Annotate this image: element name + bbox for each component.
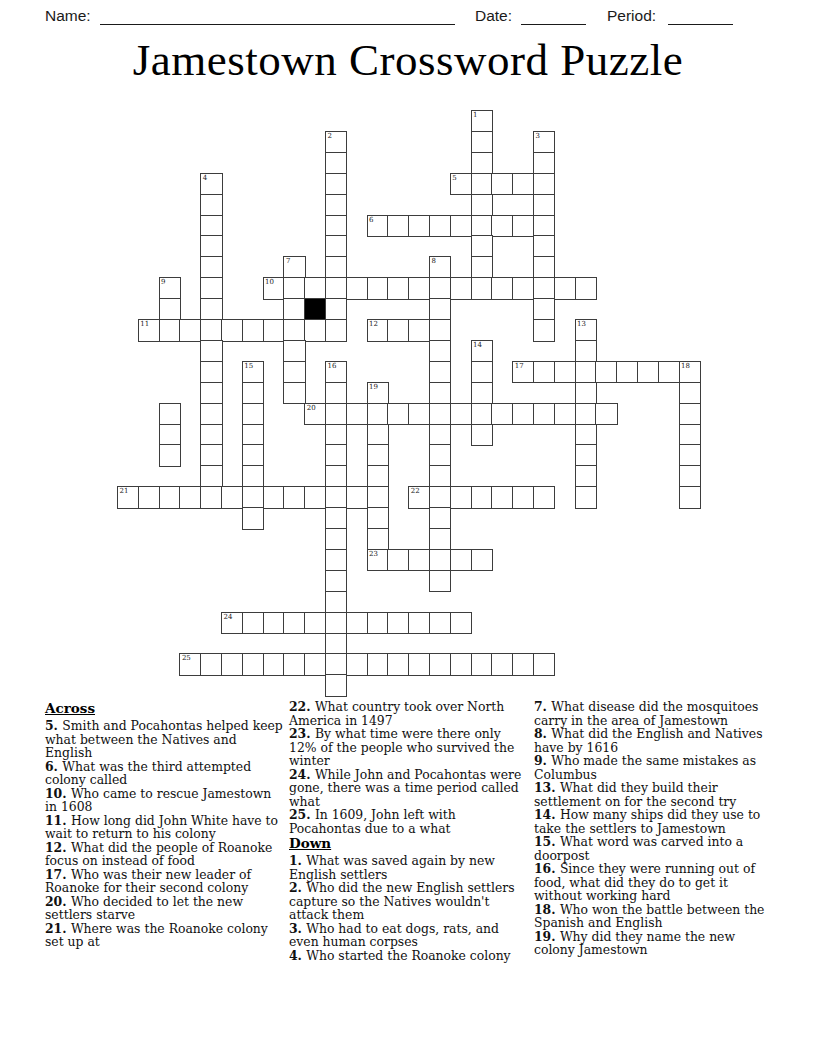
grid-cell[interactable] <box>325 382 347 405</box>
grid-cell[interactable] <box>429 361 451 384</box>
grid-cell[interactable] <box>221 319 243 342</box>
grid-cell[interactable] <box>471 361 493 384</box>
grid-cell[interactable] <box>200 215 222 238</box>
grid-cell[interactable] <box>429 570 451 593</box>
grid-cell[interactable] <box>159 298 181 321</box>
grid-cell[interactable]: 24 <box>221 612 243 635</box>
grid-cell[interactable] <box>679 382 701 405</box>
grid-cell[interactable]: 22 <box>408 486 430 509</box>
grid-cell[interactable] <box>429 340 451 363</box>
grid-cell[interactable] <box>471 382 493 405</box>
grid-cell[interactable] <box>325 235 347 258</box>
grid-cell[interactable] <box>533 235 555 258</box>
grid-cell[interactable] <box>408 403 430 426</box>
grid-cell[interactable]: 11 <box>138 319 160 342</box>
grid-cell[interactable] <box>263 486 285 509</box>
clue: 4. Who started the Roanoke colony <box>289 949 525 963</box>
grid-cell[interactable] <box>575 465 597 488</box>
grid-cell[interactable] <box>471 277 493 300</box>
grid-cell[interactable] <box>533 319 555 342</box>
grid-cell[interactable] <box>283 340 305 363</box>
clue-number: 14 <box>473 341 482 349</box>
grid-cell[interactable]: 17 <box>512 361 534 384</box>
grid-cell[interactable] <box>367 612 389 635</box>
grid-cell[interactable] <box>304 612 326 635</box>
grid-cell[interactable] <box>200 382 222 405</box>
grid-cell[interactable] <box>408 549 430 572</box>
grid-cell[interactable] <box>450 486 472 509</box>
clue: 15. What word was carved into a doorpost <box>534 835 768 862</box>
grid-cell[interactable] <box>346 612 368 635</box>
grid-cell[interactable] <box>387 277 409 300</box>
grid-cell[interactable] <box>554 277 576 300</box>
clue: 21. Where was the Roanoke colony set up … <box>45 922 283 949</box>
grid-cell[interactable] <box>679 465 701 488</box>
grid-cell[interactable] <box>429 444 451 467</box>
grid-cell[interactable] <box>325 173 347 196</box>
grid-cell[interactable] <box>242 424 264 447</box>
grid-cell[interactable] <box>200 277 222 300</box>
grid-cell[interactable] <box>575 424 597 447</box>
clue: 3. Who had to eat dogs, rats, and even h… <box>289 922 525 949</box>
grid-cell[interactable] <box>471 173 493 196</box>
grid-cell[interactable] <box>200 424 222 447</box>
crossword-grid: 1234567891011121314151617181920212223242… <box>117 110 700 696</box>
grid-cell[interactable] <box>408 612 430 635</box>
grid-cell[interactable] <box>325 444 347 467</box>
grid-cell[interactable] <box>346 486 368 509</box>
grid-cell[interactable] <box>387 215 409 238</box>
grid-cell[interactable] <box>159 319 181 342</box>
grid-cell[interactable] <box>512 215 534 238</box>
grid-cell[interactable] <box>346 653 368 676</box>
clue: 10. Who came to rescue Jamestown in 1608 <box>45 787 283 814</box>
grid-cell[interactable] <box>554 361 576 384</box>
grid-cell[interactable] <box>159 424 181 447</box>
grid-cell[interactable] <box>575 361 597 384</box>
grid-cell[interactable] <box>533 298 555 321</box>
grid-cell[interactable] <box>179 486 201 509</box>
grid-cell[interactable] <box>512 173 534 196</box>
clue-section-header: Across <box>45 700 283 716</box>
grid-cell[interactable] <box>679 403 701 426</box>
grid-cell[interactable] <box>242 612 264 635</box>
grid-cell[interactable] <box>367 403 389 426</box>
grid-cell[interactable] <box>325 507 347 530</box>
grid-cell[interactable] <box>221 486 243 509</box>
grid-cell[interactable] <box>575 403 597 426</box>
grid-cell[interactable] <box>325 674 347 697</box>
clue: 18. Who won the battle between the Spani… <box>534 903 768 930</box>
grid-cell[interactable] <box>325 194 347 217</box>
grid-cell[interactable] <box>304 486 326 509</box>
grid-cell[interactable] <box>283 382 305 405</box>
grid-cell[interactable] <box>367 486 389 509</box>
clue: 9. Who made the same mistakes as Columbu… <box>534 754 768 781</box>
grid-cell[interactable] <box>283 319 305 342</box>
clue-number: 22 <box>411 487 420 495</box>
grid-cell[interactable] <box>325 570 347 593</box>
grid-cell[interactable] <box>263 319 285 342</box>
grid-cell[interactable] <box>429 507 451 530</box>
grid-cell[interactable] <box>471 486 493 509</box>
grid-cell[interactable] <box>533 152 555 175</box>
grid-cell[interactable] <box>450 549 472 572</box>
grid-cell[interactable] <box>242 465 264 488</box>
grid-cell[interactable] <box>325 277 347 300</box>
grid-cell[interactable]: 21 <box>117 486 139 509</box>
grid-cell[interactable] <box>429 486 451 509</box>
clue: 16. Since they were running out of food,… <box>534 862 768 903</box>
grid-cell[interactable] <box>325 549 347 572</box>
grid-cell[interactable] <box>616 361 638 384</box>
clue-number: 12 <box>369 320 378 328</box>
grid-cell[interactable] <box>221 653 243 676</box>
clue: 6. What was the third attempted colony c… <box>45 760 283 787</box>
clue: 13. What did they build their settlement… <box>534 781 768 808</box>
grid-cell[interactable]: 5 <box>450 173 472 196</box>
clue-number: 15 <box>244 362 253 370</box>
grid-cell[interactable] <box>533 361 555 384</box>
grid-cell[interactable] <box>429 653 451 676</box>
grid-cell[interactable] <box>429 549 451 572</box>
grid-cell[interactable] <box>471 215 493 238</box>
period-blank-line[interactable] <box>668 7 733 25</box>
grid-cell[interactable] <box>159 444 181 467</box>
page-title: Jamestown Crossword Puzzle <box>0 34 816 86</box>
grid-cell[interactable] <box>471 131 493 154</box>
grid-cell[interactable] <box>637 361 659 384</box>
clue-number: 23 <box>369 550 378 558</box>
grid-cell[interactable] <box>575 382 597 405</box>
grid-cell[interactable]: 13 <box>575 319 597 342</box>
period-label: Period: <box>607 7 656 25</box>
grid-cell[interactable] <box>408 277 430 300</box>
grid-cell[interactable] <box>450 277 472 300</box>
clue-number: 20 <box>307 404 316 412</box>
grid-cell[interactable] <box>512 486 534 509</box>
grid-cell[interactable] <box>512 403 534 426</box>
grid-cell[interactable]: 20 <box>304 403 326 426</box>
grid-cell[interactable] <box>450 612 472 635</box>
grid-cell[interactable]: 4 <box>200 173 222 196</box>
clue-number: 11 <box>140 320 149 328</box>
grid-cell[interactable] <box>200 256 222 279</box>
grid-cell[interactable] <box>283 298 305 321</box>
grid-cell[interactable] <box>533 653 555 676</box>
grid-cell[interactable] <box>595 403 617 426</box>
grid-cell[interactable] <box>179 319 201 342</box>
grid-cell[interactable] <box>471 256 493 279</box>
grid-cell[interactable] <box>387 612 409 635</box>
clue: 22. What country took over North America… <box>289 700 525 727</box>
clue: 14. How many ships did they use to take … <box>534 808 768 835</box>
grid-cell[interactable] <box>387 653 409 676</box>
grid-cell[interactable]: 10 <box>263 277 285 300</box>
grid-cell[interactable] <box>159 486 181 509</box>
grid-cell[interactable] <box>533 173 555 196</box>
clue-number: 21 <box>120 487 129 495</box>
grid-cell[interactable] <box>304 277 326 300</box>
grid-cell[interactable] <box>471 403 493 426</box>
grid-cell[interactable] <box>679 424 701 447</box>
grid-cell[interactable] <box>346 277 368 300</box>
grid-cell[interactable] <box>325 591 347 614</box>
grid-cell[interactable]: 8 <box>429 256 451 279</box>
grid-cell[interactable] <box>429 528 451 551</box>
grid-cell[interactable] <box>283 361 305 384</box>
grid-cell[interactable] <box>200 235 222 258</box>
grid-cell[interactable]: 7 <box>283 256 305 279</box>
grid-cell[interactable] <box>283 486 305 509</box>
grid-cell[interactable] <box>325 633 347 656</box>
clue-number: 18 <box>681 362 690 370</box>
grid-cell[interactable] <box>491 215 513 238</box>
grid-cell[interactable] <box>325 298 347 321</box>
grid-cell[interactable]: 9 <box>159 277 181 300</box>
grid-cell[interactable] <box>263 612 285 635</box>
clue-number: 17 <box>515 362 524 370</box>
grid-cell[interactable] <box>387 549 409 572</box>
grid-cell[interactable] <box>450 215 472 238</box>
grid-cell[interactable] <box>575 340 597 363</box>
clue-column: 22. What country took over North America… <box>289 700 525 962</box>
clue: 17. Who was their new leader of Roanoke … <box>45 868 283 895</box>
grid-cell[interactable]: 15 <box>242 361 264 384</box>
grid-cell[interactable]: 2 <box>325 131 347 154</box>
grid-cell[interactable] <box>242 653 264 676</box>
grid-cell[interactable]: 12 <box>367 319 389 342</box>
date-label: Date: <box>475 7 512 25</box>
clue: 25. In 1609, John left with Pocahontas d… <box>289 808 525 835</box>
grid-cell[interactable] <box>533 403 555 426</box>
clue: 2. Who did the new English settlers capt… <box>289 881 525 922</box>
grid-cell[interactable] <box>200 361 222 384</box>
grid-cell[interactable] <box>242 444 264 467</box>
grid-cell[interactable] <box>263 653 285 676</box>
grid-cell[interactable] <box>429 612 451 635</box>
grid-cell[interactable] <box>200 465 222 488</box>
clue: 8. What did the English and Natives have… <box>534 727 768 754</box>
grid-cell[interactable] <box>533 486 555 509</box>
clue-column: 7. What disease did the mosquitoes carry… <box>534 700 768 957</box>
grid-cell[interactable] <box>595 361 617 384</box>
clue-number: 16 <box>328 362 337 370</box>
grid-cell[interactable] <box>471 424 493 447</box>
grid-cell[interactable]: 19 <box>367 382 389 405</box>
grid-cell[interactable] <box>429 403 451 426</box>
clue: 20. Who decided to let the new settlers … <box>45 895 283 922</box>
name-blank-line[interactable] <box>100 7 455 25</box>
grid-cell[interactable] <box>304 653 326 676</box>
grid-cell[interactable] <box>367 277 389 300</box>
grid-cell[interactable] <box>575 277 597 300</box>
grid-cell[interactable] <box>367 507 389 530</box>
grid-cell[interactable]: 14 <box>471 340 493 363</box>
name-label: Name: <box>45 7 91 25</box>
clue-number: 1 <box>473 111 477 119</box>
grid-cell[interactable] <box>304 319 326 342</box>
grid-cell[interactable]: 6 <box>367 215 389 238</box>
grid-cell[interactable] <box>471 194 493 217</box>
clue-number: 9 <box>161 278 165 286</box>
grid-cell[interactable] <box>325 528 347 551</box>
grid-cell[interactable] <box>429 277 451 300</box>
grid-cell[interactable] <box>325 486 347 509</box>
grid-cell[interactable] <box>450 653 472 676</box>
grid-cell[interactable] <box>325 256 347 279</box>
grid-cell[interactable] <box>367 653 389 676</box>
grid-cell[interactable] <box>679 444 701 467</box>
clue-number: 25 <box>182 654 191 662</box>
clue-number: 24 <box>224 613 233 621</box>
grid-cell[interactable] <box>408 653 430 676</box>
clue-number: 19 <box>369 383 378 391</box>
grid-cell[interactable] <box>471 235 493 258</box>
grid-cell[interactable] <box>200 340 222 363</box>
grid-cell[interactable] <box>533 277 555 300</box>
grid-cell[interactable] <box>575 444 597 467</box>
grid-cell[interactable] <box>200 653 222 676</box>
grid-cell[interactable] <box>658 361 680 384</box>
clue-number: 2 <box>328 132 332 140</box>
grid-cell[interactable] <box>491 277 513 300</box>
black-cell <box>304 298 326 321</box>
grid-cell[interactable] <box>512 653 534 676</box>
clue-number: 8 <box>432 257 436 265</box>
grid-cell[interactable] <box>491 173 513 196</box>
grid-cell[interactable] <box>387 403 409 426</box>
grid-cell[interactable] <box>325 612 347 635</box>
grid-cell[interactable] <box>325 319 347 342</box>
grid-cell[interactable] <box>429 382 451 405</box>
grid-cell[interactable] <box>408 215 430 238</box>
grid-cell[interactable] <box>367 444 389 467</box>
grid-cell[interactable] <box>159 403 181 426</box>
grid-cell[interactable] <box>325 215 347 238</box>
clue-number: 10 <box>265 278 274 286</box>
grid-cell[interactable] <box>200 319 222 342</box>
clue: 7. What disease did the mosquitoes carry… <box>534 700 768 727</box>
grid-cell[interactable] <box>325 403 347 426</box>
grid-cell[interactable] <box>200 194 222 217</box>
grid-cell[interactable] <box>679 486 701 509</box>
grid-cell[interactable] <box>325 424 347 447</box>
grid-cell[interactable] <box>325 465 347 488</box>
grid-cell[interactable] <box>242 486 264 509</box>
clue: 24. While John and Pocahontas were gone,… <box>289 768 525 809</box>
clue-number: 3 <box>536 132 540 140</box>
grid-cell[interactable] <box>200 486 222 509</box>
grid-cell[interactable] <box>200 444 222 467</box>
clue-number: 7 <box>286 257 290 265</box>
grid-cell[interactable] <box>429 465 451 488</box>
grid-cell[interactable] <box>242 507 264 530</box>
grid-cell[interactable] <box>491 653 513 676</box>
clue: 12. What did the people of Roanoke focus… <box>45 841 283 868</box>
grid-cell[interactable] <box>512 277 534 300</box>
grid-cell[interactable] <box>367 528 389 551</box>
clue: 11. How long did John White have to wait… <box>45 814 283 841</box>
grid-cell[interactable] <box>533 194 555 217</box>
clue-number: 6 <box>369 216 373 224</box>
grid-cell[interactable] <box>429 319 451 342</box>
clue-section-header: Down <box>289 835 525 851</box>
grid-cell[interactable]: 16 <box>325 361 347 384</box>
clue: 1. What was saved again by new English s… <box>289 854 525 881</box>
grid-cell[interactable]: 25 <box>179 653 201 676</box>
grid-cell[interactable] <box>533 215 555 238</box>
grid-cell[interactable] <box>554 403 576 426</box>
grid-cell[interactable] <box>429 215 451 238</box>
grid-cell[interactable] <box>491 403 513 426</box>
grid-cell[interactable] <box>408 319 430 342</box>
grid-cell[interactable] <box>242 403 264 426</box>
grid-cell[interactable]: 23 <box>367 549 389 572</box>
grid-cell[interactable] <box>346 403 368 426</box>
grid-cell[interactable] <box>471 549 493 572</box>
grid-cell[interactable]: 1 <box>471 110 493 133</box>
grid-cell[interactable] <box>242 319 264 342</box>
grid-cell[interactable] <box>367 465 389 488</box>
grid-cell[interactable] <box>283 612 305 635</box>
grid-cell[interactable] <box>367 424 389 447</box>
grid-cell[interactable] <box>450 403 472 426</box>
grid-cell[interactable]: 18 <box>679 361 701 384</box>
grid-cell[interactable]: 3 <box>533 131 555 154</box>
grid-cell[interactable] <box>471 653 493 676</box>
clue-number: 5 <box>452 174 456 182</box>
clue: 23. By what time were there only 12% of … <box>289 727 525 768</box>
grid-cell[interactable] <box>325 653 347 676</box>
clue-number: 4 <box>203 174 207 182</box>
clue-column: Across5. Smith and Pocahontas helped kee… <box>45 700 283 949</box>
grid-cell[interactable] <box>533 256 555 279</box>
grid-cell[interactable] <box>429 298 451 321</box>
grid-cell[interactable] <box>200 298 222 321</box>
grid-cell[interactable] <box>138 486 160 509</box>
clue: 19. Why did they name the new colony Jam… <box>534 930 768 957</box>
date-blank-line[interactable] <box>521 7 586 25</box>
grid-cell[interactable] <box>283 653 305 676</box>
grid-cell[interactable] <box>200 403 222 426</box>
grid-cell[interactable] <box>429 424 451 447</box>
grid-cell[interactable] <box>242 382 264 405</box>
grid-cell[interactable] <box>471 152 493 175</box>
grid-cell[interactable] <box>325 152 347 175</box>
grid-cell[interactable] <box>387 319 409 342</box>
clue: 5. Smith and Pocahontas helped keep what… <box>45 719 283 760</box>
grid-cell[interactable] <box>575 486 597 509</box>
grid-cell[interactable] <box>491 486 513 509</box>
grid-cell[interactable] <box>283 277 305 300</box>
clue-number: 13 <box>577 320 586 328</box>
